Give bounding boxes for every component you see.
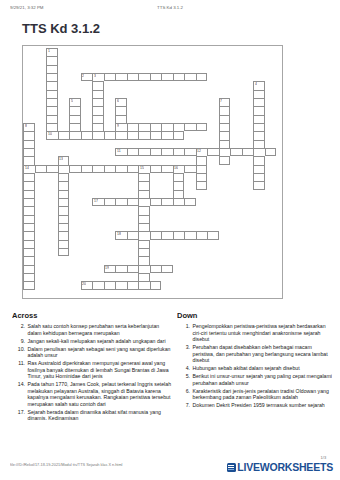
empty-cell (127, 240, 139, 248)
crossword-cell[interactable] (23, 231, 35, 239)
empty-cell (81, 231, 93, 239)
crossword-cell[interactable] (46, 56, 58, 64)
empty-cell (265, 240, 277, 248)
empty-cell (242, 273, 254, 281)
crossword-cell[interactable]: 12 (196, 148, 208, 156)
empty-cell (207, 290, 219, 298)
crossword-cell[interactable] (69, 131, 81, 139)
empty-cell (265, 281, 277, 289)
empty-cell (219, 73, 231, 81)
crossword-cell[interactable] (253, 156, 265, 164)
crossword-cell[interactable] (161, 198, 173, 206)
crossword-cell[interactable] (138, 198, 150, 206)
empty-cell (115, 156, 127, 164)
empty-cell (92, 290, 104, 298)
crossword-cell[interactable] (46, 90, 58, 98)
crossword-cell[interactable] (138, 248, 150, 256)
crossword-cell[interactable] (138, 281, 150, 289)
crossword-cell[interactable] (127, 265, 139, 273)
crossword-cell[interactable] (173, 148, 185, 156)
crossword-cell[interactable]: 1 (46, 48, 58, 56)
empty-cell (184, 206, 196, 214)
crossword-cell[interactable] (23, 281, 35, 289)
empty-cell (35, 181, 47, 189)
empty-cell (196, 48, 208, 56)
crossword-cell[interactable] (23, 156, 35, 164)
empty-cell (207, 98, 219, 106)
crossword-cell[interactable] (46, 81, 58, 89)
crossword-cell[interactable] (92, 165, 104, 173)
empty-cell (161, 256, 173, 264)
crossword-cell[interactable] (230, 148, 242, 156)
crossword-cell[interactable] (173, 123, 185, 131)
crossword-cell[interactable] (138, 223, 150, 231)
crossword-cell[interactable] (23, 265, 35, 273)
empty-cell (230, 173, 242, 181)
empty-cell (23, 106, 35, 114)
empty-cell (81, 81, 93, 89)
crossword-cell[interactable]: 4 (253, 81, 265, 89)
crossword-cell[interactable] (196, 173, 208, 181)
empty-cell (104, 106, 116, 114)
crossword-cell[interactable] (150, 73, 162, 81)
crossword-cell[interactable] (161, 165, 173, 173)
empty-cell (69, 248, 81, 256)
crossword-cell[interactable] (138, 131, 150, 139)
crossword-cell[interactable]: 10 (46, 131, 58, 139)
crossword-cell[interactable] (184, 198, 196, 206)
crossword-cell[interactable] (69, 123, 81, 131)
crossword-cell[interactable] (58, 181, 70, 189)
crossword-cell[interactable] (196, 165, 208, 173)
crossword-cell[interactable] (253, 90, 265, 98)
clue-number: 2. (12, 323, 28, 336)
empty-cell (230, 231, 242, 239)
crossword-cell[interactable]: 17 (92, 198, 104, 206)
empty-cell (58, 265, 70, 273)
empty-cell (265, 215, 277, 223)
empty-cell (138, 115, 150, 123)
crossword-cell[interactable] (115, 131, 127, 139)
empty-cell (230, 181, 242, 189)
empty-cell (207, 190, 219, 198)
crossword-cell[interactable] (138, 256, 150, 264)
crossword-cell[interactable] (138, 206, 150, 214)
empty-cell (92, 48, 104, 56)
empty-cell (46, 231, 58, 239)
crossword-cell[interactable] (253, 181, 265, 189)
empty-cell (58, 73, 70, 81)
crossword-cell[interactable] (173, 231, 185, 239)
empty-cell (58, 140, 70, 148)
clue-text: Pada tahun 1770, James Cook, pelaut terk… (28, 381, 173, 407)
crossword-cell[interactable] (138, 265, 150, 273)
crossword-cell[interactable] (184, 165, 196, 173)
crossword-cell[interactable] (58, 165, 70, 173)
crossword-cell[interactable] (81, 165, 93, 173)
crossword-cell[interactable] (161, 73, 173, 81)
empty-cell (207, 173, 219, 181)
empty-cell (184, 98, 196, 106)
crossword-cell[interactable] (138, 181, 150, 189)
crossword-cell[interactable] (58, 215, 70, 223)
crossword-cell[interactable] (23, 173, 35, 181)
clue-text: Dalam penulisan sejarah sebagai seni yan… (28, 346, 173, 359)
crossword-cell[interactable] (23, 140, 35, 148)
crossword-cell[interactable] (23, 215, 35, 223)
crossword-cell[interactable] (104, 73, 116, 81)
crossword-cell[interactable] (150, 198, 162, 206)
empty-cell (265, 256, 277, 264)
empty-cell (219, 190, 231, 198)
crossword-cell[interactable] (69, 115, 81, 123)
empty-cell (81, 290, 93, 298)
crossword-cell[interactable] (253, 115, 265, 123)
empty-cell (127, 190, 139, 198)
empty-cell (104, 140, 116, 148)
empty-cell (184, 256, 196, 264)
crossword-cell[interactable] (184, 148, 196, 156)
crossword-cell[interactable] (219, 131, 231, 139)
crossword-cell[interactable] (127, 148, 139, 156)
crossword-cell[interactable] (219, 148, 231, 156)
across-clue-item: 11.Ras Australoid diperkirakan mempunyai… (12, 360, 172, 380)
across-clue-item: 14.Pada tahun 1770, James Cook, pelaut t… (12, 381, 172, 407)
crossword-cell[interactable] (184, 231, 196, 239)
empty-cell (230, 106, 242, 114)
empty-cell (46, 273, 58, 281)
empty-cell (104, 190, 116, 198)
empty-cell (104, 206, 116, 214)
crossword-cell[interactable]: 18 (115, 231, 127, 239)
crossword-cell[interactable] (253, 173, 265, 181)
empty-cell (69, 173, 81, 181)
crossword-cell[interactable] (92, 81, 104, 89)
empty-cell (58, 256, 70, 264)
empty-cell (35, 65, 47, 73)
crossword-cell[interactable]: 8 (23, 123, 35, 131)
crossword-cell[interactable] (196, 181, 208, 189)
empty-cell (184, 81, 196, 89)
crossword-cell[interactable] (127, 123, 139, 131)
crossword-cell[interactable] (92, 98, 104, 106)
crossword-cell[interactable] (58, 198, 70, 206)
empty-cell (115, 290, 127, 298)
crossword-cell[interactable] (23, 248, 35, 256)
crossword-cell[interactable] (138, 123, 150, 131)
crossword-cell[interactable] (150, 123, 162, 131)
empty-cell (230, 73, 242, 81)
crossword-cell[interactable] (115, 73, 127, 81)
empty-cell (230, 198, 242, 206)
empty-cell (46, 148, 58, 156)
crossword-cell[interactable] (196, 231, 208, 239)
empty-cell (104, 81, 116, 89)
crossword-cell[interactable] (127, 198, 139, 206)
crossword-cell[interactable] (127, 165, 139, 173)
crossword-cell[interactable] (150, 165, 162, 173)
crossword-cell[interactable]: 20 (81, 281, 93, 289)
crossword-cell[interactable]: 9 (115, 123, 127, 131)
crossword-cell[interactable]: 19 (104, 265, 116, 273)
crossword-cell[interactable] (46, 165, 58, 173)
crossword-cell[interactable] (161, 148, 173, 156)
crossword-cell[interactable]: 7 (219, 98, 231, 106)
crossword-cell[interactable] (23, 131, 35, 139)
empty-cell (58, 281, 70, 289)
empty-cell (58, 56, 70, 64)
crossword-cell[interactable]: 5 (69, 98, 81, 106)
crossword-cell[interactable]: 15 (138, 165, 150, 173)
crossword-cell[interactable] (58, 223, 70, 231)
liveworksheets-logo-text: LIVEWORKSHEETS (237, 461, 333, 473)
across-clues-section: Across 2.Salah satu contoh konsep peruba… (12, 311, 172, 480)
empty-cell (173, 256, 185, 264)
crossword-cell[interactable] (46, 106, 58, 114)
empty-cell (46, 206, 58, 214)
crossword-cell[interactable] (23, 148, 35, 156)
crossword-cell[interactable] (184, 123, 196, 131)
clue-number: 10. (12, 346, 28, 359)
crossword-cell[interactable]: 13 (58, 156, 70, 164)
empty-cell (161, 156, 173, 164)
crossword-cell[interactable] (150, 231, 162, 239)
crossword-cell[interactable] (104, 198, 116, 206)
empty-cell (46, 281, 58, 289)
crossword-cell[interactable] (138, 231, 150, 239)
crossword-cell[interactable] (104, 131, 116, 139)
crossword-cell[interactable] (219, 156, 231, 164)
crossword-cell[interactable] (253, 123, 265, 131)
empty-cell (173, 240, 185, 248)
crossword-cell[interactable] (23, 240, 35, 248)
crossword-cell[interactable] (104, 165, 116, 173)
crossword-cell[interactable] (92, 131, 104, 139)
empty-cell (115, 90, 127, 98)
crossword-cell[interactable] (92, 123, 104, 131)
empty-cell (161, 215, 173, 223)
crossword-cell[interactable] (253, 106, 265, 114)
crossword-cell[interactable] (46, 98, 58, 106)
crossword-cell[interactable] (161, 231, 173, 239)
crossword-cell[interactable] (150, 131, 162, 139)
crossword-cell[interactable]: 11 (115, 148, 127, 156)
crossword-cell[interactable]: 3 (92, 73, 104, 81)
empty-cell (184, 215, 196, 223)
crossword-cell[interactable] (138, 273, 150, 281)
crossword-cell[interactable] (58, 248, 70, 256)
crossword-cell[interactable] (242, 148, 254, 156)
empty-cell (150, 65, 162, 73)
crossword-cell[interactable] (196, 123, 208, 131)
crossword-cell[interactable] (150, 265, 162, 273)
crossword-cell[interactable] (253, 148, 265, 156)
crossword-cell[interactable] (207, 231, 219, 239)
crossword-cell[interactable]: 6 (115, 98, 127, 106)
crossword-cell[interactable] (115, 198, 127, 206)
empty-cell (46, 248, 58, 256)
clue-number: 17. (12, 409, 28, 422)
crossword-cell[interactable] (161, 131, 173, 139)
empty-cell (265, 106, 277, 114)
empty-cell (138, 90, 150, 98)
crossword-cell[interactable] (173, 198, 185, 206)
empty-cell (161, 98, 173, 106)
empty-cell (69, 156, 81, 164)
crossword-cell[interactable]: 2 (81, 73, 93, 81)
crossword-cell[interactable] (196, 73, 208, 81)
crossword-cell[interactable] (92, 115, 104, 123)
empty-cell (35, 106, 47, 114)
empty-cell (161, 65, 173, 73)
crossword-cell[interactable] (219, 140, 231, 148)
crossword-cell[interactable] (81, 131, 93, 139)
empty-cell (127, 65, 139, 73)
crossword-cell[interactable] (104, 281, 116, 289)
crossword-cell[interactable] (161, 123, 173, 131)
empty-cell (207, 215, 219, 223)
crossword-cell[interactable] (115, 106, 127, 114)
crossword-cell[interactable] (92, 90, 104, 98)
empty-cell (150, 115, 162, 123)
crossword-cell[interactable]: 14 (23, 165, 35, 173)
empty-cell (265, 48, 277, 56)
crossword-cell[interactable]: 16 (173, 165, 185, 173)
empty-cell (265, 156, 277, 164)
empty-cell (115, 223, 127, 231)
empty-cell (58, 98, 70, 106)
crossword-cell[interactable] (23, 256, 35, 264)
crossword-cell[interactable] (127, 281, 139, 289)
crossword-cell[interactable] (23, 190, 35, 198)
crossword-cell[interactable] (23, 198, 35, 206)
empty-cell (230, 206, 242, 214)
crossword-cell[interactable] (138, 240, 150, 248)
empty-cell (104, 290, 116, 298)
empty-cell (127, 273, 139, 281)
crossword-cell[interactable] (138, 215, 150, 223)
down-clue-item: 4.Hubungan sebab akibat dalam sejarah di… (177, 365, 335, 372)
empty-cell (230, 290, 242, 298)
empty-cell (184, 248, 196, 256)
crossword-cell[interactable] (265, 148, 277, 156)
empty-cell (150, 190, 162, 198)
empty-cell (150, 173, 162, 181)
crossword-cell[interactable] (115, 115, 127, 123)
crossword-cell[interactable] (46, 65, 58, 73)
crossword-cell[interactable] (35, 165, 47, 173)
crossword-cell[interactable] (138, 148, 150, 156)
crossword-cell[interactable] (115, 281, 127, 289)
crossword-cell[interactable] (92, 106, 104, 114)
crossword-cell[interactable] (173, 173, 185, 181)
empty-cell (173, 156, 185, 164)
empty-cell (150, 223, 162, 231)
empty-cell (219, 81, 231, 89)
empty-cell (219, 273, 231, 281)
empty-cell (265, 73, 277, 81)
empty-cell (265, 273, 277, 281)
crossword-cell[interactable] (173, 131, 185, 139)
empty-cell (35, 223, 47, 231)
crossword-cell[interactable] (253, 165, 265, 173)
crossword-cell[interactable] (207, 148, 219, 156)
crossword-cell[interactable] (58, 206, 70, 214)
crossword-cell[interactable] (46, 115, 58, 123)
empty-cell (127, 98, 139, 106)
crossword-cell[interactable] (173, 73, 185, 81)
crossword-cell[interactable] (58, 231, 70, 239)
empty-cell (81, 48, 93, 56)
crossword-cell[interactable] (253, 98, 265, 106)
crossword-cell[interactable] (23, 273, 35, 281)
crossword-cell[interactable] (173, 181, 185, 189)
empty-cell (69, 181, 81, 189)
empty-cell (115, 240, 127, 248)
crossword-cell[interactable] (58, 131, 70, 139)
crossword-cell[interactable] (92, 281, 104, 289)
empty-cell (81, 65, 93, 73)
crossword-cell[interactable] (23, 223, 35, 231)
crossword-cell[interactable] (150, 281, 162, 289)
empty-cell (115, 81, 127, 89)
crossword-cell[interactable] (115, 265, 127, 273)
crossword-cell[interactable] (69, 106, 81, 114)
crossword-cell[interactable] (161, 265, 173, 273)
empty-cell (219, 173, 231, 181)
crossword-cell[interactable] (127, 131, 139, 139)
empty-cell (253, 265, 265, 273)
crossword-cell[interactable] (253, 131, 265, 139)
crossword-cell[interactable] (138, 190, 150, 198)
crossword-cell[interactable] (115, 165, 127, 173)
crossword-cell[interactable] (196, 156, 208, 164)
empty-cell (69, 256, 81, 264)
empty-cell (173, 248, 185, 256)
crossword-cell[interactable] (58, 190, 70, 198)
crossword-cell[interactable] (219, 123, 231, 131)
crossword-cell[interactable] (127, 231, 139, 239)
empty-cell (104, 148, 116, 156)
crossword-cell[interactable] (150, 148, 162, 156)
clue-number: 7. (177, 402, 193, 409)
crossword-cell[interactable] (219, 115, 231, 123)
empty-cell (115, 190, 127, 198)
empty-cell (196, 281, 208, 289)
crossword-cell[interactable] (219, 106, 231, 114)
crossword-cell[interactable] (69, 165, 81, 173)
crossword-cell[interactable] (184, 73, 196, 81)
crossword-cell[interactable] (46, 123, 58, 131)
empty-cell (81, 248, 93, 256)
empty-cell (23, 81, 35, 89)
crossword-cell[interactable] (253, 140, 265, 148)
crossword-cell[interactable] (46, 73, 58, 81)
crossword-cell[interactable] (173, 190, 185, 198)
crossword-cell[interactable] (58, 173, 70, 181)
crossword-cell[interactable] (127, 73, 139, 81)
empty-cell (35, 98, 47, 106)
empty-cell (242, 156, 254, 164)
liveworksheets-logo-icon (227, 463, 236, 472)
crossword-cell[interactable] (138, 173, 150, 181)
empty-cell (127, 156, 139, 164)
crossword-cell[interactable] (138, 73, 150, 81)
crossword-cell[interactable] (23, 181, 35, 189)
empty-cell (35, 56, 47, 64)
crossword-cell[interactable] (58, 240, 70, 248)
crossword-cell[interactable] (23, 206, 35, 214)
